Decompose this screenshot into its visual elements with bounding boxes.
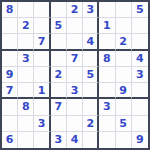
cell-r2c4-given[interactable]: 5 [51, 18, 67, 34]
cell-r3c5-empty[interactable] [67, 34, 83, 50]
cell-r4c4-empty[interactable] [51, 51, 67, 67]
cell-r6c3-given[interactable]: 1 [34, 83, 50, 99]
cell-r5c3-empty[interactable] [34, 67, 50, 83]
cell-r6c1-given[interactable]: 7 [2, 83, 18, 99]
cell-r6c5-given[interactable]: 3 [67, 83, 83, 99]
cell-r1c7-empty[interactable] [99, 2, 115, 18]
cell-r1c3-empty[interactable] [34, 2, 50, 18]
cell-r8c7-empty[interactable] [99, 116, 115, 132]
cell-r8c8-given[interactable]: 5 [116, 116, 132, 132]
cell-r8c3-given[interactable]: 3 [34, 116, 50, 132]
cell-r1c2-empty[interactable] [18, 2, 34, 18]
cell-r9c5-given[interactable]: 4 [67, 132, 83, 148]
cell-r9c6-empty[interactable] [83, 132, 99, 148]
cell-r4c8-empty[interactable] [116, 51, 132, 67]
cell-r2c8-empty[interactable] [116, 18, 132, 34]
cell-r9c1-given[interactable]: 6 [2, 132, 18, 148]
cell-r8c5-empty[interactable] [67, 116, 83, 132]
cell-r4c9-given[interactable]: 4 [132, 51, 148, 67]
cell-r7c7-given[interactable]: 3 [99, 99, 115, 115]
cell-r3c3-given[interactable]: 7 [34, 34, 50, 50]
cell-r3c6-given[interactable]: 4 [83, 34, 99, 50]
cell-r7c3-empty[interactable] [34, 99, 50, 115]
cell-r2c5-empty[interactable] [67, 18, 83, 34]
cell-r7c5-empty[interactable] [67, 99, 83, 115]
cell-r9c4-given[interactable]: 3 [51, 132, 67, 148]
cell-r6c8-given[interactable]: 9 [116, 83, 132, 99]
cell-r9c2-empty[interactable] [18, 132, 34, 148]
cell-r5c7-empty[interactable] [99, 67, 115, 83]
cell-r3c8-given[interactable]: 2 [116, 34, 132, 50]
cell-r6c9-empty[interactable] [132, 83, 148, 99]
cell-r2c2-given[interactable]: 2 [18, 18, 34, 34]
cell-r9c8-empty[interactable] [116, 132, 132, 148]
cell-r3c1-empty[interactable] [2, 34, 18, 50]
cell-r7c9-empty[interactable] [132, 99, 148, 115]
cell-r3c4-empty[interactable] [51, 34, 67, 50]
cell-r2c1-empty[interactable] [2, 18, 18, 34]
cell-r7c2-given[interactable]: 8 [18, 99, 34, 115]
cell-r2c3-empty[interactable] [34, 18, 50, 34]
cell-r3c9-empty[interactable] [132, 34, 148, 50]
cell-r4c7-given[interactable]: 8 [99, 51, 115, 67]
cell-r8c6-given[interactable]: 2 [83, 116, 99, 132]
cell-r4c5-given[interactable]: 7 [67, 51, 83, 67]
cell-r3c7-empty[interactable] [99, 34, 115, 50]
cell-r8c1-empty[interactable] [2, 116, 18, 132]
cell-r8c4-empty[interactable] [51, 116, 67, 132]
cell-r8c2-empty[interactable] [18, 116, 34, 132]
cell-r1c6-given[interactable]: 3 [83, 2, 99, 18]
cell-r5c1-given[interactable]: 9 [2, 67, 18, 83]
cell-r4c3-empty[interactable] [34, 51, 50, 67]
cell-r3c2-empty[interactable] [18, 34, 34, 50]
cell-r1c9-given[interactable]: 5 [132, 2, 148, 18]
cell-r6c7-empty[interactable] [99, 83, 115, 99]
cell-r6c4-empty[interactable] [51, 83, 67, 99]
cell-r4c2-given[interactable]: 3 [18, 51, 34, 67]
cell-r7c4-given[interactable]: 7 [51, 99, 67, 115]
cell-r2c6-empty[interactable] [83, 18, 99, 34]
cell-r7c6-empty[interactable] [83, 99, 99, 115]
cell-r4c6-empty[interactable] [83, 51, 99, 67]
cell-r5c8-empty[interactable] [116, 67, 132, 83]
sudoku-board: 82352517423784925371398733256349 [0, 0, 150, 150]
cell-r2c9-empty[interactable] [132, 18, 148, 34]
cell-r9c9-given[interactable]: 9 [132, 132, 148, 148]
cell-r8c9-empty[interactable] [132, 116, 148, 132]
cell-r5c6-given[interactable]: 5 [83, 67, 99, 83]
cell-r7c1-empty[interactable] [2, 99, 18, 115]
cell-r1c1-given[interactable]: 8 [2, 2, 18, 18]
cell-r5c4-given[interactable]: 2 [51, 67, 67, 83]
cell-r1c4-empty[interactable] [51, 2, 67, 18]
cell-r9c3-empty[interactable] [34, 132, 50, 148]
cell-r4c1-empty[interactable] [2, 51, 18, 67]
cell-r7c8-empty[interactable] [116, 99, 132, 115]
cell-r6c2-empty[interactable] [18, 83, 34, 99]
cell-r1c5-given[interactable]: 2 [67, 2, 83, 18]
cell-r6c6-empty[interactable] [83, 83, 99, 99]
cell-r5c2-empty[interactable] [18, 67, 34, 83]
cell-r5c5-empty[interactable] [67, 67, 83, 83]
cell-r9c7-empty[interactable] [99, 132, 115, 148]
cell-r1c8-empty[interactable] [116, 2, 132, 18]
cell-r2c7-given[interactable]: 1 [99, 18, 115, 34]
cell-r5c9-given[interactable]: 3 [132, 67, 148, 83]
